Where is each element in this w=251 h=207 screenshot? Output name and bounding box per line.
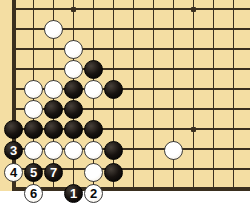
stone-white-b5 [24,100,43,119]
move-1-stone-black-d1: 1 [64,184,83,203]
move-number-label: 2 [90,184,97,203]
move-2-stone-white-e1: 2 [84,184,103,203]
star-point [191,7,196,12]
stone-white-d3 [64,141,83,160]
move-4-stone-white-a2: 4 [4,163,23,182]
move-3-stone-black-a3: 3 [4,141,23,160]
stone-white-e2 [84,163,103,182]
move-5-stone-black-b2: 5 [24,163,43,182]
grid-line [12,68,251,70]
stone-white-j3 [164,141,183,160]
stone-white-e3 [84,141,103,160]
stone-white-c9 [44,20,63,39]
go-board-diagram[interactable]: 3457612 [0,0,250,207]
stone-black-b4 [24,120,43,139]
stone-black-e7 [84,60,103,79]
stone-white-c3 [44,141,63,160]
grid-line [12,8,251,10]
move-number-label: 6 [30,184,37,203]
stone-black-f2 [104,163,123,182]
move-number-label: 1 [70,184,77,203]
stone-black-e4 [84,120,103,139]
move-7-stone-black-c2: 7 [44,163,63,182]
stone-black-f3 [104,141,123,160]
stone-black-a4 [4,120,23,139]
stone-black-f6 [104,80,123,99]
stone-black-c5 [44,100,63,119]
stone-white-d8 [64,40,83,59]
stone-white-e6 [84,80,103,99]
move-6-stone-white-b1: 6 [24,184,43,203]
stone-black-d5 [64,100,83,119]
move-number-label: 7 [50,163,57,182]
star-point [191,127,196,132]
star-point [71,7,76,12]
stone-black-d4 [64,120,83,139]
stone-black-d6 [64,80,83,99]
stone-white-b3 [24,141,43,160]
stone-white-d7 [64,60,83,79]
stone-white-c6 [44,80,63,99]
move-number-label: 4 [10,163,17,182]
stone-white-b6 [24,80,43,99]
move-number-label: 5 [30,163,37,182]
board-edge-line [12,187,251,192]
move-number-label: 3 [10,141,17,160]
stone-black-c4 [44,120,63,139]
grid-line [12,48,251,50]
